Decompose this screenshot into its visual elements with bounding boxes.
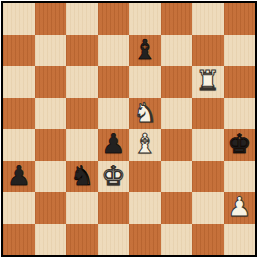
square-c7[interactable] <box>66 35 98 67</box>
square-a8[interactable] <box>3 3 35 35</box>
black-knight[interactable]: ♞ <box>70 162 94 189</box>
square-f7[interactable] <box>161 35 193 67</box>
square-c5[interactable] <box>66 98 98 130</box>
square-a5[interactable] <box>3 98 35 130</box>
square-d3[interactable]: ♚ <box>98 161 130 193</box>
square-c8[interactable] <box>66 3 98 35</box>
square-b6[interactable] <box>35 66 67 98</box>
square-g4[interactable] <box>192 129 224 161</box>
square-h3[interactable] <box>224 161 256 193</box>
square-e8[interactable] <box>129 3 161 35</box>
square-h8[interactable] <box>224 3 256 35</box>
square-f3[interactable] <box>161 161 193 193</box>
square-g6[interactable]: ♜ <box>192 66 224 98</box>
square-a6[interactable] <box>3 66 35 98</box>
square-b8[interactable] <box>35 3 67 35</box>
square-g2[interactable] <box>192 192 224 224</box>
square-h7[interactable] <box>224 35 256 67</box>
square-g5[interactable] <box>192 98 224 130</box>
square-e7[interactable]: ♝ <box>129 35 161 67</box>
white-pawn[interactable]: ♟ <box>227 193 251 220</box>
square-f4[interactable] <box>161 129 193 161</box>
square-b2[interactable] <box>35 192 67 224</box>
square-b5[interactable] <box>35 98 67 130</box>
square-f6[interactable] <box>161 66 193 98</box>
square-d7[interactable] <box>98 35 130 67</box>
square-f8[interactable] <box>161 3 193 35</box>
square-b1[interactable] <box>35 224 67 256</box>
square-h2[interactable]: ♟ <box>224 192 256 224</box>
square-a4[interactable] <box>3 129 35 161</box>
square-e5[interactable]: ♞ <box>129 98 161 130</box>
square-b3[interactable] <box>35 161 67 193</box>
black-pawn[interactable]: ♟ <box>7 162 31 189</box>
black-bishop[interactable]: ♝ <box>133 36 157 63</box>
square-c1[interactable] <box>66 224 98 256</box>
square-a7[interactable] <box>3 35 35 67</box>
square-c6[interactable] <box>66 66 98 98</box>
square-c3[interactable]: ♞ <box>66 161 98 193</box>
white-knight[interactable]: ♞ <box>133 99 157 126</box>
chess-board-frame: ♝♜♞♟♝♚♟♞♚♟ <box>1 1 257 257</box>
square-h6[interactable] <box>224 66 256 98</box>
square-a3[interactable]: ♟ <box>3 161 35 193</box>
square-c2[interactable] <box>66 192 98 224</box>
white-rook[interactable]: ♜ <box>196 67 220 94</box>
square-d6[interactable] <box>98 66 130 98</box>
square-e6[interactable] <box>129 66 161 98</box>
square-d4[interactable]: ♟ <box>98 129 130 161</box>
black-pawn[interactable]: ♟ <box>101 130 125 157</box>
square-f5[interactable] <box>161 98 193 130</box>
square-h5[interactable] <box>224 98 256 130</box>
square-h4[interactable]: ♚ <box>224 129 256 161</box>
square-b4[interactable] <box>35 129 67 161</box>
white-bishop[interactable]: ♝ <box>133 130 157 157</box>
square-c4[interactable] <box>66 129 98 161</box>
square-f2[interactable] <box>161 192 193 224</box>
square-d2[interactable] <box>98 192 130 224</box>
square-e1[interactable] <box>129 224 161 256</box>
square-g7[interactable] <box>192 35 224 67</box>
square-b7[interactable] <box>35 35 67 67</box>
square-e4[interactable]: ♝ <box>129 129 161 161</box>
square-f1[interactable] <box>161 224 193 256</box>
square-g3[interactable] <box>192 161 224 193</box>
chess-board: ♝♜♞♟♝♚♟♞♚♟ <box>3 3 255 255</box>
square-d8[interactable] <box>98 3 130 35</box>
square-a2[interactable] <box>3 192 35 224</box>
square-g8[interactable] <box>192 3 224 35</box>
black-king[interactable]: ♚ <box>227 130 251 157</box>
square-e2[interactable] <box>129 192 161 224</box>
square-h1[interactable] <box>224 224 256 256</box>
square-e3[interactable] <box>129 161 161 193</box>
square-d1[interactable] <box>98 224 130 256</box>
square-g1[interactable] <box>192 224 224 256</box>
square-d5[interactable] <box>98 98 130 130</box>
white-king[interactable]: ♚ <box>101 162 125 189</box>
square-a1[interactable] <box>3 224 35 256</box>
